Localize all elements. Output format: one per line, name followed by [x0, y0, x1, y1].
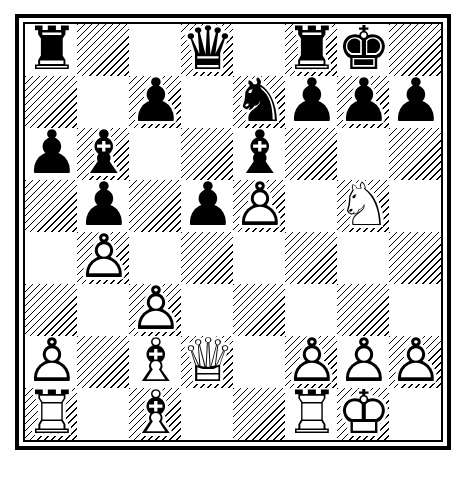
- square-c8[interactable]: [129, 24, 181, 76]
- piece-halo: ♚: [337, 24, 389, 76]
- square-g6[interactable]: [337, 128, 389, 180]
- piece-halo: ♞: [337, 180, 389, 232]
- square-f5[interactable]: [285, 180, 337, 232]
- square-e8[interactable]: [233, 24, 285, 76]
- square-f7[interactable]: ♟♟: [285, 76, 337, 128]
- board-grid: ♜♜♛♛♜♜♚♚♟♟♞♞♟♟♟♟♟♟♟♟♝♝♝♝♟♟♟♟♟♙♞♘♟♙♟♙♟♙♝♗…: [25, 24, 441, 440]
- square-f6[interactable]: [285, 128, 337, 180]
- square-b6[interactable]: ♝♝: [77, 128, 129, 180]
- white-pawn-icon: ♙: [337, 336, 389, 388]
- square-h3[interactable]: [389, 284, 441, 336]
- square-f3[interactable]: [285, 284, 337, 336]
- white-knight-icon: ♘: [337, 180, 389, 232]
- square-b2[interactable]: [77, 336, 129, 388]
- white-pawn-icon: ♙: [77, 232, 129, 284]
- white-bishop-icon: ♗: [129, 388, 181, 440]
- square-g7[interactable]: ♟♟: [337, 76, 389, 128]
- square-a6[interactable]: ♟♟: [25, 128, 77, 180]
- black-pawn-icon: ♟: [129, 76, 181, 128]
- square-c7[interactable]: ♟♟: [129, 76, 181, 128]
- piece-halo: ♟: [337, 76, 389, 128]
- square-b1[interactable]: [77, 388, 129, 440]
- square-h6[interactable]: [389, 128, 441, 180]
- white-king-icon: ♔: [337, 388, 389, 440]
- white-queen-icon: ♕: [181, 336, 233, 388]
- square-e4[interactable]: [233, 232, 285, 284]
- square-c6[interactable]: [129, 128, 181, 180]
- square-d8[interactable]: ♛♛: [181, 24, 233, 76]
- square-e3[interactable]: [233, 284, 285, 336]
- square-e1[interactable]: [233, 388, 285, 440]
- square-c5[interactable]: [129, 180, 181, 232]
- white-bishop-icon: ♗: [129, 336, 181, 388]
- chessboard: ♜♜♛♛♜♜♚♚♟♟♞♞♟♟♟♟♟♟♟♟♝♝♝♝♟♟♟♟♟♙♞♘♟♙♟♙♟♙♝♗…: [15, 14, 451, 450]
- square-b5[interactable]: ♟♟: [77, 180, 129, 232]
- piece-halo: ♟: [389, 336, 441, 388]
- black-queen-icon: ♛: [181, 24, 233, 76]
- square-g3[interactable]: [337, 284, 389, 336]
- square-h8[interactable]: [389, 24, 441, 76]
- square-e6[interactable]: ♝♝: [233, 128, 285, 180]
- square-e2[interactable]: [233, 336, 285, 388]
- black-knight-icon: ♞: [233, 76, 285, 128]
- board-inner-border: ♜♜♛♛♜♜♚♚♟♟♞♞♟♟♟♟♟♟♟♟♝♝♝♝♟♟♟♟♟♙♞♘♟♙♟♙♟♙♝♗…: [23, 22, 443, 442]
- piece-halo: ♛: [181, 24, 233, 76]
- square-d4[interactable]: [181, 232, 233, 284]
- square-h4[interactable]: [389, 232, 441, 284]
- square-f8[interactable]: ♜♜: [285, 24, 337, 76]
- piece-halo: ♝: [129, 388, 181, 440]
- square-c1[interactable]: ♝♗: [129, 388, 181, 440]
- black-pawn-icon: ♟: [25, 128, 77, 180]
- black-pawn-icon: ♟: [337, 76, 389, 128]
- piece-halo: ♟: [285, 76, 337, 128]
- black-pawn-icon: ♟: [285, 76, 337, 128]
- black-rook-icon: ♜: [25, 24, 77, 76]
- piece-halo: ♟: [389, 76, 441, 128]
- square-e5[interactable]: ♟♙: [233, 180, 285, 232]
- square-h7[interactable]: ♟♟: [389, 76, 441, 128]
- square-d7[interactable]: [181, 76, 233, 128]
- square-b8[interactable]: [77, 24, 129, 76]
- piece-halo: ♞: [233, 76, 285, 128]
- white-pawn-icon: ♙: [129, 284, 181, 336]
- square-h5[interactable]: [389, 180, 441, 232]
- piece-halo: ♝: [233, 128, 285, 180]
- square-g5[interactable]: ♞♘: [337, 180, 389, 232]
- piece-halo: ♛: [181, 336, 233, 388]
- white-pawn-icon: ♙: [285, 336, 337, 388]
- square-c4[interactable]: [129, 232, 181, 284]
- black-king-icon: ♚: [337, 24, 389, 76]
- square-c2[interactable]: ♝♗: [129, 336, 181, 388]
- piece-halo: ♟: [129, 284, 181, 336]
- square-b4[interactable]: ♟♙: [77, 232, 129, 284]
- square-a2[interactable]: ♟♙: [25, 336, 77, 388]
- square-a1[interactable]: ♜♖: [25, 388, 77, 440]
- square-d1[interactable]: [181, 388, 233, 440]
- square-f1[interactable]: ♜♖: [285, 388, 337, 440]
- white-pawn-icon: ♙: [25, 336, 77, 388]
- piece-halo: ♟: [77, 232, 129, 284]
- square-g8[interactable]: ♚♚: [337, 24, 389, 76]
- black-bishop-icon: ♝: [233, 128, 285, 180]
- square-a5[interactable]: [25, 180, 77, 232]
- piece-halo: ♜: [285, 388, 337, 440]
- piece-halo: ♟: [129, 76, 181, 128]
- piece-halo: ♜: [25, 24, 77, 76]
- piece-halo: ♟: [181, 180, 233, 232]
- piece-halo: ♚: [337, 388, 389, 440]
- square-g1[interactable]: ♚♔: [337, 388, 389, 440]
- square-h2[interactable]: ♟♙: [389, 336, 441, 388]
- square-f2[interactable]: ♟♙: [285, 336, 337, 388]
- square-d3[interactable]: [181, 284, 233, 336]
- piece-halo: ♟: [25, 336, 77, 388]
- white-rook-icon: ♖: [285, 388, 337, 440]
- piece-halo: ♟: [25, 128, 77, 180]
- square-b7[interactable]: [77, 76, 129, 128]
- square-d5[interactable]: ♟♟: [181, 180, 233, 232]
- piece-halo: ♝: [129, 336, 181, 388]
- piece-halo: ♝: [77, 128, 129, 180]
- piece-halo: ♟: [77, 180, 129, 232]
- square-b3[interactable]: [77, 284, 129, 336]
- piece-halo: ♜: [285, 24, 337, 76]
- white-pawn-icon: ♙: [233, 180, 285, 232]
- square-f4[interactable]: [285, 232, 337, 284]
- piece-halo: ♟: [337, 336, 389, 388]
- square-a7[interactable]: [25, 76, 77, 128]
- square-a3[interactable]: [25, 284, 77, 336]
- square-g2[interactable]: ♟♙: [337, 336, 389, 388]
- piece-halo: ♟: [233, 180, 285, 232]
- piece-halo: ♜: [25, 388, 77, 440]
- square-g4[interactable]: [337, 232, 389, 284]
- square-c3[interactable]: ♟♙: [129, 284, 181, 336]
- black-pawn-icon: ♟: [389, 76, 441, 128]
- square-h1[interactable]: [389, 388, 441, 440]
- square-e7[interactable]: ♞♞: [233, 76, 285, 128]
- black-pawn-icon: ♟: [77, 180, 129, 232]
- square-d2[interactable]: ♛♕: [181, 336, 233, 388]
- white-rook-icon: ♖: [25, 388, 77, 440]
- square-a4[interactable]: [25, 232, 77, 284]
- piece-halo: ♟: [285, 336, 337, 388]
- square-d6[interactable]: [181, 128, 233, 180]
- white-pawn-icon: ♙: [389, 336, 441, 388]
- black-bishop-icon: ♝: [77, 128, 129, 180]
- black-rook-icon: ♜: [285, 24, 337, 76]
- black-pawn-icon: ♟: [181, 180, 233, 232]
- square-a8[interactable]: ♜♜: [25, 24, 77, 76]
